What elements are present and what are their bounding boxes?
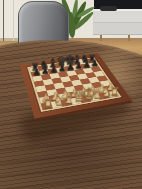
soundbar bbox=[100, 6, 117, 11]
piece-black-pawn-d7[interactable]: ♟ bbox=[58, 63, 67, 72]
tv-stand bbox=[93, 9, 142, 35]
piece-black-pawn-g7[interactable]: ♟ bbox=[82, 59, 90, 68]
piece-white-knight-b1[interactable]: ♞ bbox=[53, 94, 63, 107]
tv-stand-leg bbox=[100, 35, 102, 41]
square-a7[interactable]: ♟ bbox=[31, 71, 41, 77]
square-a1[interactable]: ♜ bbox=[41, 102, 53, 110]
piece-white-rook-a1[interactable]: ♜ bbox=[43, 97, 53, 109]
piece-black-pawn-b7[interactable]: ♟ bbox=[41, 66, 50, 75]
board-grid: ♜♞♝♛♚♝♞♜♟♟♟♟♟♟♟♟♟♟♟♟♟♟♟♟♜♞♝♛♚♝♞♜ bbox=[29, 58, 118, 110]
piece-black-pawn-e7[interactable]: ♟ bbox=[66, 62, 75, 71]
cabinet-seam bbox=[13, 0, 14, 41]
chessboard-photo: ♜♞♝♛♚♝♞♜♟♟♟♟♟♟♟♟♟♟♟♟♟♟♟♟♜♞♝♛♚♝♞♜ bbox=[0, 0, 142, 189]
tv-stand-leg bbox=[128, 35, 130, 41]
piece-black-pawn-h7[interactable]: ♟ bbox=[90, 58, 98, 67]
piece-black-pawn-a7[interactable]: ♟ bbox=[32, 67, 41, 76]
piece-black-pawn-f7[interactable]: ♟ bbox=[74, 61, 83, 70]
cabinet-edge-line bbox=[3, 0, 5, 41]
piece-black-pawn-c7[interactable]: ♟ bbox=[49, 64, 58, 73]
